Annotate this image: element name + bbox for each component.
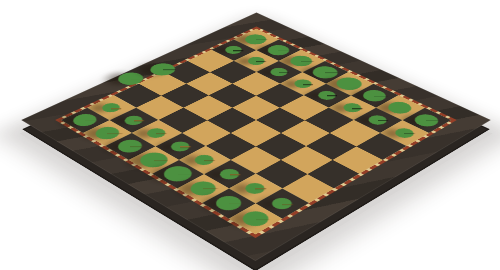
square-b6 bbox=[210, 61, 256, 84]
square-c7: ♟ bbox=[256, 61, 302, 84]
square-a8: ♜ bbox=[234, 29, 278, 50]
pawn-glyph: ♟ bbox=[213, 45, 346, 76]
square-a5 bbox=[164, 61, 210, 84]
pawn-glyph: ♟ bbox=[169, 24, 298, 54]
bishop-glyph: ♝ bbox=[236, 17, 367, 68]
rook-glyph: ♜ bbox=[177, 177, 332, 226]
chessboard-scene: ♜♞♝♛♚♝♞♜♟♟♟♟♟♟♟♟♟♟♟♟♟♟♟♟♜♞♝♛♚♝♞♜ ♛♛ bbox=[0, 0, 500, 270]
board-grid: ♜♞♝♛♚♝♞♜♟♟♟♟♟♟♟♟♟♟♟♟♟♟♟♟♜♞♝♛♚♝♞♜ bbox=[61, 29, 451, 234]
felt-base bbox=[308, 64, 343, 81]
felt-base bbox=[314, 89, 339, 102]
felt-base bbox=[290, 78, 314, 90]
square-a6 bbox=[188, 50, 234, 72]
board-inlay-border: ♜♞♝♛♚♝♞♜♟♟♟♟♟♟♟♟♟♟♟♟♟♟♟♟♜♞♝♛♚♝♞♜ bbox=[55, 26, 457, 238]
square-c6 bbox=[233, 72, 280, 95]
square-d6 bbox=[256, 84, 303, 108]
felt-base bbox=[244, 55, 268, 67]
felt-base bbox=[263, 43, 293, 57]
square-d8: ♛ bbox=[302, 61, 348, 84]
chessboard: ♜♞♝♛♚♝♞♜♟♟♟♟♟♟♟♟♟♟♟♟♟♟♟♟♜♞♝♛♚♝♞♜ ♛♛ bbox=[21, 13, 491, 262]
square-e6 bbox=[280, 95, 328, 120]
queen-glyph: ♛ bbox=[259, 21, 392, 81]
chess-set-product-photo: ♜♞♝♛♚♝♞♜♟♟♟♟♟♟♟♟♟♟♟♟♟♟♟♟♜♞♝♛♚♝♞♜ ♛♛ bbox=[0, 0, 500, 270]
square-d7: ♟ bbox=[280, 72, 327, 95]
square-a7: ♟ bbox=[211, 39, 256, 61]
pawn-glyph: ♟ bbox=[333, 104, 475, 137]
knight-glyph: ♞ bbox=[214, 10, 343, 56]
felt-base bbox=[145, 61, 180, 78]
square-c8: ♝ bbox=[279, 50, 325, 72]
felt-base bbox=[286, 54, 316, 69]
felt-base bbox=[222, 44, 245, 55]
felt-base bbox=[267, 66, 291, 78]
pawn-glyph: ♟ bbox=[235, 56, 369, 88]
felt-base bbox=[241, 32, 271, 46]
square-b7: ♟ bbox=[233, 50, 279, 72]
square-b8: ♞ bbox=[256, 39, 301, 61]
queen-glyph: ♛ bbox=[64, 27, 198, 87]
pawn-glyph: ♟ bbox=[190, 34, 321, 65]
rook-glyph: ♜ bbox=[192, 5, 319, 45]
queen-glyph: ♛ bbox=[97, 18, 229, 77]
